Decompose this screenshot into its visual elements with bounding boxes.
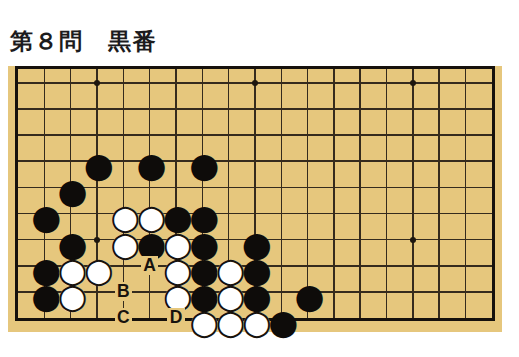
point-label-B: B bbox=[115, 282, 133, 301]
labeled-point-C[interactable]: C bbox=[110, 305, 136, 331]
black-stone-glyph: ● bbox=[294, 279, 324, 314]
black-stone: ● bbox=[189, 279, 215, 305]
black-stone: ● bbox=[163, 200, 189, 226]
black-stone-glyph: ● bbox=[136, 148, 166, 183]
black-stone: ● bbox=[31, 253, 57, 279]
white-stone: ●○ bbox=[163, 253, 189, 279]
black-stone: ● bbox=[294, 279, 320, 305]
white-stone: ●○ bbox=[110, 227, 136, 253]
black-stone-glyph: ● bbox=[268, 305, 298, 340]
labeled-point-B[interactable]: B bbox=[110, 279, 136, 305]
black-stone: ● bbox=[189, 227, 215, 253]
point-label-C: C bbox=[115, 308, 133, 327]
board-grid: ●●●●●●○●○●●●●○●●○●●●●○●○A●○●●○●●●○B●○●●○… bbox=[5, 70, 505, 331]
white-stone: ●○ bbox=[58, 279, 84, 305]
white-stone: ●○ bbox=[58, 253, 84, 279]
black-stone: ● bbox=[189, 200, 215, 226]
white-stone: ●○ bbox=[189, 305, 215, 331]
black-stone: ● bbox=[31, 200, 57, 226]
white-stone-outline: ○ bbox=[58, 279, 88, 314]
black-stone-glyph: ● bbox=[189, 148, 219, 183]
white-stone: ●○ bbox=[215, 253, 241, 279]
black-stone-glyph: ● bbox=[58, 174, 88, 209]
point-label-A: A bbox=[141, 256, 159, 275]
black-stone-glyph: ● bbox=[84, 148, 114, 183]
black-stone: ● bbox=[242, 253, 268, 279]
point-label-D: D bbox=[167, 308, 185, 327]
go-board[interactable]: ●●●●●●○●○●●●●○●●○●●●●○●○A●○●●○●●●○B●○●●○… bbox=[15, 66, 495, 321]
labeled-point-A[interactable]: A bbox=[136, 253, 162, 279]
white-stone: ●○ bbox=[242, 305, 268, 331]
black-stone: ● bbox=[242, 279, 268, 305]
black-stone: ● bbox=[58, 174, 84, 200]
labeled-point-D[interactable]: D bbox=[163, 305, 189, 331]
black-stone: ● bbox=[58, 227, 84, 253]
white-stone: ●○ bbox=[163, 227, 189, 253]
black-stone: ● bbox=[189, 148, 215, 174]
white-stone: ●○ bbox=[110, 200, 136, 226]
board-panel: ●●●●●●○●○●●●●○●●○●●●●○●○A●○●●○●●●○B●○●●○… bbox=[8, 66, 502, 332]
white-stone: ●○ bbox=[163, 279, 189, 305]
white-stone: ●○ bbox=[215, 305, 241, 331]
white-stone: ●○ bbox=[215, 279, 241, 305]
black-stone: ● bbox=[136, 148, 162, 174]
black-stone: ● bbox=[84, 148, 110, 174]
black-stone: ● bbox=[189, 253, 215, 279]
white-stone: ●○ bbox=[84, 253, 110, 279]
black-stone: ● bbox=[242, 227, 268, 253]
black-stone: ● bbox=[31, 279, 57, 305]
problem-title: 第８問 黒番 bbox=[10, 26, 157, 57]
black-stone: ● bbox=[268, 305, 294, 331]
page: 第８問 黒番 ●●●●●●○●○●●●●○●●○●●●●○●○A●○●●○●●●… bbox=[0, 0, 519, 357]
white-stone: ●○ bbox=[136, 200, 162, 226]
black-stone: ● bbox=[136, 227, 162, 253]
